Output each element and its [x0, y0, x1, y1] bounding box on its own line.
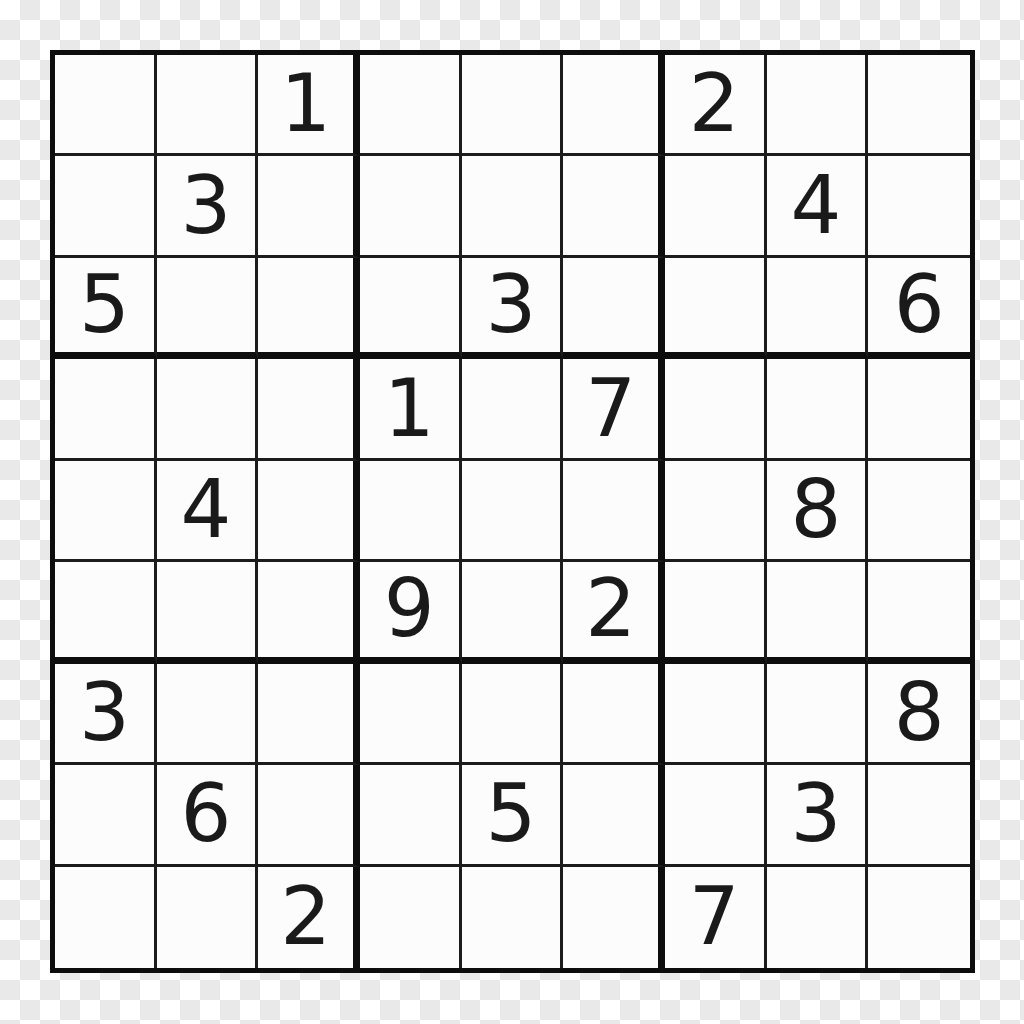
cell-r6c6-given-2[interactable]: 2: [563, 562, 665, 663]
cell-r2c3[interactable]: [258, 156, 360, 257]
cell-r7c4[interactable]: [360, 664, 462, 765]
cell-r8c2-given-6[interactable]: 6: [157, 765, 259, 866]
cell-r8c6[interactable]: [563, 765, 665, 866]
cell-r6c8[interactable]: [767, 562, 869, 663]
cell-r3c8[interactable]: [767, 258, 869, 359]
cell-r7c5[interactable]: [462, 664, 564, 765]
cell-r5c8-given-8[interactable]: 8: [767, 461, 869, 562]
cell-r6c2[interactable]: [157, 562, 259, 663]
cell-r6c4-given-9[interactable]: 9: [360, 562, 462, 663]
cell-r9c6[interactable]: [563, 867, 665, 968]
cell-r9c5[interactable]: [462, 867, 564, 968]
cell-r1c1[interactable]: [55, 55, 157, 156]
cell-r1c3-given-1[interactable]: 1: [258, 55, 360, 156]
cell-r6c5[interactable]: [462, 562, 564, 663]
cell-r8c4[interactable]: [360, 765, 462, 866]
cell-r9c3-given-2[interactable]: 2: [258, 867, 360, 968]
cell-r3c4[interactable]: [360, 258, 462, 359]
cell-r5c6[interactable]: [563, 461, 665, 562]
cell-r3c2[interactable]: [157, 258, 259, 359]
cell-r8c5-given-5[interactable]: 5: [462, 765, 564, 866]
cell-r2c7[interactable]: [665, 156, 767, 257]
cell-r7c6[interactable]: [563, 664, 665, 765]
cell-r6c9[interactable]: [868, 562, 970, 663]
cell-r1c5[interactable]: [462, 55, 564, 156]
cell-r2c2-given-3[interactable]: 3: [157, 156, 259, 257]
cell-r5c9[interactable]: [868, 461, 970, 562]
cell-r4c1[interactable]: [55, 359, 157, 460]
cell-r2c8-given-4[interactable]: 4: [767, 156, 869, 257]
cell-r1c7-given-2[interactable]: 2: [665, 55, 767, 156]
cell-r4c3[interactable]: [258, 359, 360, 460]
cell-r9c2[interactable]: [157, 867, 259, 968]
cell-r1c8[interactable]: [767, 55, 869, 156]
cell-r4c7[interactable]: [665, 359, 767, 460]
cell-r5c1[interactable]: [55, 461, 157, 562]
cell-r7c1-given-3[interactable]: 3: [55, 664, 157, 765]
cell-r2c1[interactable]: [55, 156, 157, 257]
cell-r7c7[interactable]: [665, 664, 767, 765]
cell-r4c2[interactable]: [157, 359, 259, 460]
cell-r4c6-given-7[interactable]: 7: [563, 359, 665, 460]
cell-r5c7[interactable]: [665, 461, 767, 562]
cell-r4c9[interactable]: [868, 359, 970, 460]
cell-r5c3[interactable]: [258, 461, 360, 562]
cell-r3c6[interactable]: [563, 258, 665, 359]
cell-r7c3[interactable]: [258, 664, 360, 765]
cell-r7c2[interactable]: [157, 664, 259, 765]
cell-r4c5[interactable]: [462, 359, 564, 460]
cell-r2c4[interactable]: [360, 156, 462, 257]
cell-r9c9[interactable]: [868, 867, 970, 968]
cell-r8c9[interactable]: [868, 765, 970, 866]
cell-r1c4[interactable]: [360, 55, 462, 156]
cell-r3c3[interactable]: [258, 258, 360, 359]
sudoku-board: 12345361748923865327: [50, 50, 975, 973]
cell-r8c1[interactable]: [55, 765, 157, 866]
cell-r8c3[interactable]: [258, 765, 360, 866]
cell-r3c1-given-5[interactable]: 5: [55, 258, 157, 359]
cell-r1c9[interactable]: [868, 55, 970, 156]
cell-r9c4[interactable]: [360, 867, 462, 968]
cell-r7c9-given-8[interactable]: 8: [868, 664, 970, 765]
cell-r5c4[interactable]: [360, 461, 462, 562]
cell-r8c7[interactable]: [665, 765, 767, 866]
cell-r2c6[interactable]: [563, 156, 665, 257]
cell-r5c5[interactable]: [462, 461, 564, 562]
cell-r5c2-given-4[interactable]: 4: [157, 461, 259, 562]
cell-r1c6[interactable]: [563, 55, 665, 156]
cell-r6c3[interactable]: [258, 562, 360, 663]
cell-r4c8[interactable]: [767, 359, 869, 460]
cell-r7c8[interactable]: [767, 664, 869, 765]
cell-r3c9-given-6[interactable]: 6: [868, 258, 970, 359]
cell-r6c1[interactable]: [55, 562, 157, 663]
cell-r3c7[interactable]: [665, 258, 767, 359]
cell-r3c5-given-3[interactable]: 3: [462, 258, 564, 359]
cell-r2c5[interactable]: [462, 156, 564, 257]
cell-r8c8-given-3[interactable]: 3: [767, 765, 869, 866]
cell-r6c7[interactable]: [665, 562, 767, 663]
cell-r1c2[interactable]: [157, 55, 259, 156]
cell-r9c1[interactable]: [55, 867, 157, 968]
cell-r2c9[interactable]: [868, 156, 970, 257]
cell-r9c7-given-7[interactable]: 7: [665, 867, 767, 968]
cell-r9c8[interactable]: [767, 867, 869, 968]
cell-r4c4-given-1[interactable]: 1: [360, 359, 462, 460]
